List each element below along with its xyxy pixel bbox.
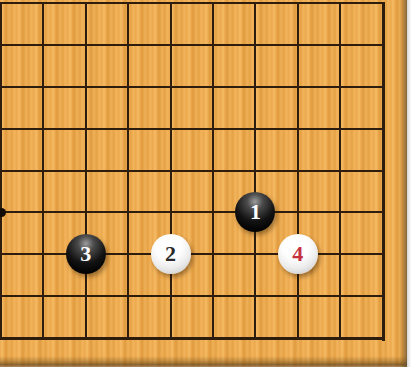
go-board-surface[interactable]: 1234 (0, 0, 407, 367)
move-number-label: 4 (292, 243, 303, 265)
board-right-edge-shadow (399, 0, 407, 367)
move-number-label: 1 (250, 201, 261, 223)
board-edge-line-bottom (0, 337, 385, 340)
stone-black-3-M3: 3 (66, 234, 106, 274)
stone-white-4-R3: 4 (278, 234, 318, 274)
board-bottom-edge-shadow (0, 356, 407, 367)
page-background-strip (407, 0, 411, 367)
stone-white-2-O3: 2 (151, 234, 191, 274)
star-point-K4 (0, 208, 6, 217)
grid-lines (0, 2, 385, 340)
move-number-label: 2 (165, 243, 176, 265)
page: 1234 (0, 0, 411, 367)
board-edge-line-right (382, 2, 385, 341)
move-number-label: 3 (80, 243, 91, 265)
